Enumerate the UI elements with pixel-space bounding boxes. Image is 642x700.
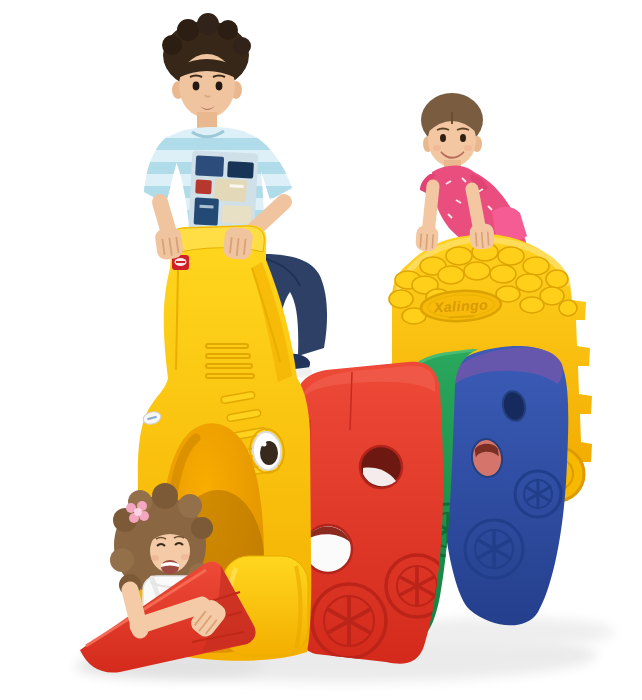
porthole [360, 446, 402, 488]
porthole [304, 525, 352, 573]
scene-canvas: Xalingo [0, 0, 642, 700]
flower-hair-clip [126, 501, 149, 523]
wagon-red [292, 362, 448, 664]
wagon-blue [436, 346, 568, 625]
product-photo: Xalingo [0, 0, 642, 700]
brand-logo-text: Xalingo [433, 297, 489, 316]
